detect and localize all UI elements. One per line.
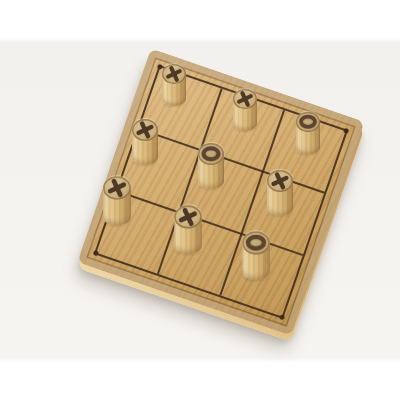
grid-corner-dot <box>279 314 285 320</box>
peg-r2c3-x[interactable] <box>267 170 293 220</box>
peg-r2c2-o[interactable] <box>198 143 224 193</box>
peg-r1c2-x[interactable] <box>234 88 258 134</box>
peg-top-face <box>198 143 224 165</box>
peg-top-face <box>234 88 258 108</box>
peg-r3c1-x[interactable] <box>103 176 131 230</box>
peg-top-face <box>132 119 158 141</box>
peg-top-face <box>296 112 320 132</box>
grid-corner-dot <box>343 128 349 134</box>
peg-top-face <box>267 170 293 192</box>
o-mark-icon <box>202 146 221 161</box>
o-mark-icon <box>299 115 317 129</box>
peg-top-face <box>103 176 131 200</box>
peg-top-face <box>174 206 202 229</box>
peg-r1c1-x[interactable] <box>162 64 186 110</box>
peg-r2c1-x[interactable] <box>132 119 158 169</box>
peg-r3c3-o[interactable] <box>242 231 270 284</box>
o-mark-icon <box>246 235 266 251</box>
peg-r3c2-x[interactable] <box>174 206 202 259</box>
peg-top-face <box>162 64 186 84</box>
grid-corner-dot <box>93 250 99 256</box>
peg-r1c3-o[interactable] <box>296 112 320 158</box>
peg-top-face <box>242 231 270 254</box>
photo-backdrop <box>0 0 400 400</box>
